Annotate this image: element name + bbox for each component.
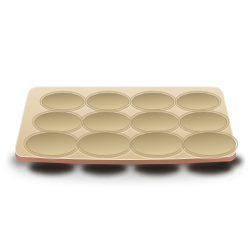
product-photo xyxy=(0,0,250,250)
muffin-pan-illustration xyxy=(0,0,250,250)
muffin-cup xyxy=(129,131,186,159)
muffin-cup xyxy=(40,92,86,113)
muffin-cups xyxy=(24,92,238,159)
muffin-cup xyxy=(181,131,238,159)
muffin-cup xyxy=(24,131,81,159)
muffin-cup xyxy=(76,131,133,159)
muffin-cup xyxy=(175,92,221,113)
